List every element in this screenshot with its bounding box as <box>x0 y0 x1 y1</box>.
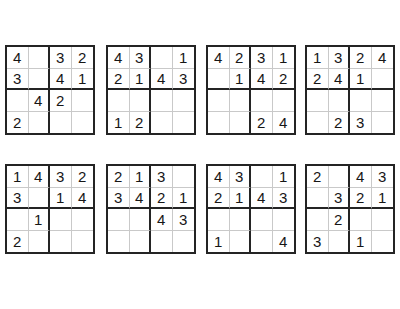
given-cell: 3 <box>350 112 372 134</box>
sudoku-grid-1: 432341422 <box>5 45 95 135</box>
given-cell: 3 <box>173 69 195 91</box>
empty-cell <box>251 231 273 253</box>
given-cell: 3 <box>7 188 29 210</box>
given-cell: 2 <box>108 69 130 91</box>
empty-cell <box>273 209 295 231</box>
given-cell: 1 <box>173 188 195 210</box>
given-cell: 3 <box>329 47 351 69</box>
given-cell: 4 <box>130 188 152 210</box>
sudoku-worksheet: 432341422 431214312 423114224 132424123 … <box>0 0 400 309</box>
empty-cell <box>251 166 273 188</box>
empty-cell <box>307 90 329 112</box>
given-cell: 2 <box>273 69 295 91</box>
empty-cell <box>208 209 230 231</box>
empty-cell <box>173 166 195 188</box>
empty-cell <box>329 231 351 253</box>
empty-cell <box>372 112 394 134</box>
given-cell: 1 <box>273 166 295 188</box>
empty-cell <box>372 209 394 231</box>
empty-cell <box>230 231 252 253</box>
given-cell: 4 <box>350 166 372 188</box>
sudoku-grid-3: 423114224 <box>206 45 296 135</box>
given-cell: 1 <box>50 188 72 210</box>
given-cell: 3 <box>130 47 152 69</box>
empty-cell <box>251 209 273 231</box>
sudoku-grid-2: 431214312 <box>106 45 196 135</box>
empty-cell <box>307 209 329 231</box>
given-cell: 1 <box>29 209 51 231</box>
empty-cell <box>372 69 394 91</box>
given-cell: 4 <box>29 90 51 112</box>
given-cell: 2 <box>208 188 230 210</box>
empty-cell <box>151 231 173 253</box>
given-cell: 4 <box>151 209 173 231</box>
empty-cell <box>72 209 94 231</box>
empty-cell <box>208 69 230 91</box>
empty-cell <box>130 209 152 231</box>
empty-cell <box>151 90 173 112</box>
given-cell: 4 <box>251 188 273 210</box>
empty-cell <box>29 188 51 210</box>
given-cell: 3 <box>329 188 351 210</box>
given-cell: 2 <box>151 188 173 210</box>
given-cell: 1 <box>72 69 94 91</box>
empty-cell <box>72 90 94 112</box>
empty-cell <box>230 90 252 112</box>
given-cell: 3 <box>273 188 295 210</box>
given-cell: 1 <box>208 231 230 253</box>
given-cell: 3 <box>251 47 273 69</box>
given-cell: 2 <box>72 166 94 188</box>
given-cell: 3 <box>307 231 329 253</box>
empty-cell <box>108 231 130 253</box>
given-cell: 3 <box>151 166 173 188</box>
given-cell: 1 <box>130 166 152 188</box>
empty-cell <box>72 231 94 253</box>
given-cell: 2 <box>251 112 273 134</box>
empty-cell <box>151 47 173 69</box>
given-cell: 4 <box>251 69 273 91</box>
given-cell: 3 <box>7 69 29 91</box>
empty-cell <box>251 90 273 112</box>
empty-cell <box>29 69 51 91</box>
empty-cell <box>173 112 195 134</box>
given-cell: 3 <box>230 166 252 188</box>
empty-cell <box>372 90 394 112</box>
empty-cell <box>307 188 329 210</box>
given-cell: 4 <box>50 69 72 91</box>
given-cell: 2 <box>307 69 329 91</box>
given-cell: 3 <box>50 166 72 188</box>
empty-cell <box>307 112 329 134</box>
given-cell: 2 <box>50 90 72 112</box>
given-cell: 4 <box>208 166 230 188</box>
empty-cell <box>72 112 94 134</box>
given-cell: 3 <box>50 47 72 69</box>
sudoku-grid-6: 213342143 <box>106 164 196 254</box>
sudoku-grid-4: 132424123 <box>305 45 395 135</box>
given-cell: 1 <box>230 188 252 210</box>
given-cell: 4 <box>273 112 295 134</box>
given-cell: 1 <box>173 47 195 69</box>
empty-cell <box>108 209 130 231</box>
given-cell: 3 <box>108 188 130 210</box>
given-cell: 4 <box>151 69 173 91</box>
empty-cell <box>329 90 351 112</box>
given-cell: 2 <box>350 47 372 69</box>
given-cell: 4 <box>208 47 230 69</box>
given-cell: 4 <box>372 47 394 69</box>
given-cell: 2 <box>350 188 372 210</box>
given-cell: 2 <box>7 112 29 134</box>
given-cell: 4 <box>29 166 51 188</box>
given-cell: 2 <box>329 112 351 134</box>
given-cell: 2 <box>329 209 351 231</box>
given-cell: 1 <box>230 69 252 91</box>
empty-cell <box>7 209 29 231</box>
given-cell: 1 <box>273 47 295 69</box>
given-cell: 2 <box>108 166 130 188</box>
empty-cell <box>50 209 72 231</box>
given-cell: 2 <box>230 47 252 69</box>
given-cell: 1 <box>307 47 329 69</box>
empty-cell <box>350 209 372 231</box>
given-cell: 2 <box>130 112 152 134</box>
given-cell: 3 <box>372 166 394 188</box>
given-cell: 1 <box>130 69 152 91</box>
empty-cell <box>130 231 152 253</box>
empty-cell <box>173 90 195 112</box>
empty-cell <box>50 112 72 134</box>
empty-cell <box>29 47 51 69</box>
empty-cell <box>329 166 351 188</box>
empty-cell <box>29 112 51 134</box>
given-cell: 4 <box>72 188 94 210</box>
given-cell: 1 <box>372 188 394 210</box>
empty-cell <box>130 90 152 112</box>
sudoku-grid-7: 431214314 <box>206 164 296 254</box>
empty-cell <box>208 90 230 112</box>
given-cell: 2 <box>7 231 29 253</box>
empty-cell <box>372 231 394 253</box>
given-cell: 4 <box>108 47 130 69</box>
given-cell: 3 <box>173 209 195 231</box>
empty-cell <box>29 231 51 253</box>
empty-cell <box>230 112 252 134</box>
given-cell: 4 <box>7 47 29 69</box>
empty-cell <box>50 231 72 253</box>
sudoku-grid-5: 143231412 <box>5 164 95 254</box>
given-cell: 2 <box>307 166 329 188</box>
given-cell: 1 <box>350 69 372 91</box>
sudoku-grid-8: 243321231 <box>305 164 395 254</box>
empty-cell <box>208 112 230 134</box>
given-cell: 1 <box>108 112 130 134</box>
empty-cell <box>173 231 195 253</box>
empty-cell <box>108 90 130 112</box>
given-cell: 4 <box>329 69 351 91</box>
empty-cell <box>7 90 29 112</box>
given-cell: 1 <box>350 231 372 253</box>
given-cell: 1 <box>7 166 29 188</box>
empty-cell <box>151 112 173 134</box>
given-cell: 2 <box>72 47 94 69</box>
given-cell: 4 <box>273 231 295 253</box>
empty-cell <box>273 90 295 112</box>
empty-cell <box>230 209 252 231</box>
empty-cell <box>350 90 372 112</box>
